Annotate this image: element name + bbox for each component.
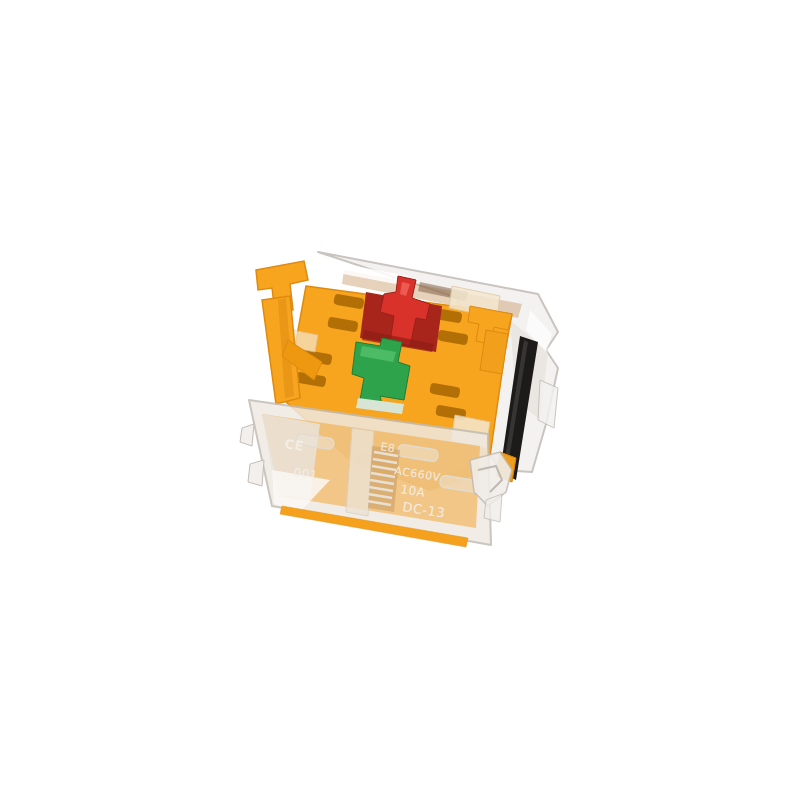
contact-block-illustration: CE B16 001 E8 AC660V 10A DC-13 xyxy=(0,0,800,800)
left-flange-bottom xyxy=(248,460,264,486)
right-edge-jag xyxy=(538,380,558,428)
product-photo: CE B16 001 E8 AC660V 10A DC-13 xyxy=(0,0,800,800)
terminal-code: E8 xyxy=(380,440,397,455)
green-plunger-block xyxy=(352,338,410,404)
left-flange-top xyxy=(240,424,254,446)
ce-mark: CE xyxy=(284,436,306,454)
